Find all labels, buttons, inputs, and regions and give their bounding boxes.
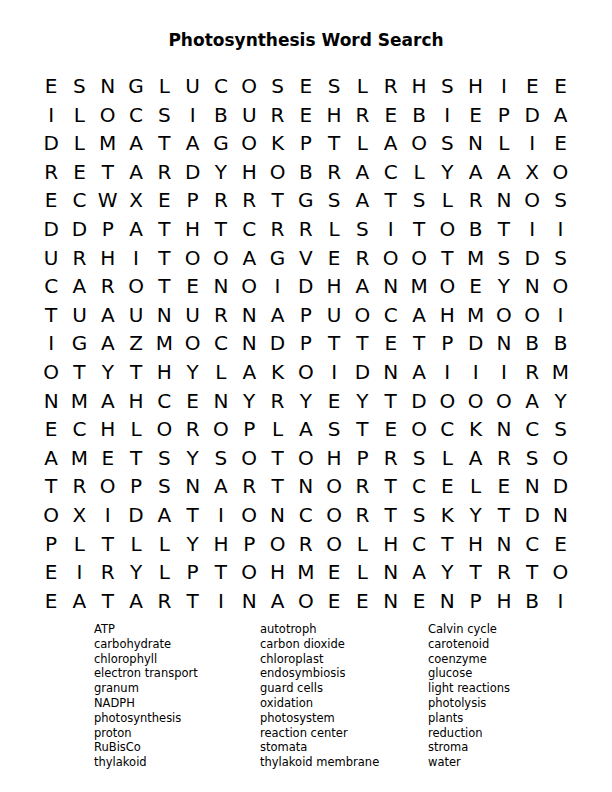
grid-cell-r15c16: L <box>461 472 489 501</box>
grid-cell-r10c19: B <box>546 329 574 358</box>
grid-cell-r10c14: T <box>405 329 433 358</box>
grid-cell-r4c9: O <box>263 158 291 187</box>
grid-cell-r11c10: O <box>292 358 320 387</box>
grid-cell-r10c1: I <box>37 329 65 358</box>
grid-cell-r17c17: N <box>490 530 518 559</box>
grid-cell-r16c3: I <box>94 501 122 530</box>
grid-cell-r19c6: T <box>178 587 206 616</box>
grid-cell-r1c2: S <box>65 72 93 101</box>
grid-cell-r9c4: U <box>122 301 150 330</box>
grid-cell-r7c17: S <box>490 244 518 273</box>
grid-cell-r18c4: Y <box>122 558 150 587</box>
grid-cell-r9c6: U <box>178 301 206 330</box>
grid-cell-r2c7: B <box>207 101 235 130</box>
grid-cell-r7c4: I <box>122 244 150 273</box>
grid-cell-r18c19: O <box>546 558 574 587</box>
worksheet-page: Photosynthesis Word Search ESNGLUCOSESLR… <box>0 0 612 792</box>
grid-cell-r13c10: A <box>292 415 320 444</box>
grid-cell-r1c19: E <box>546 72 574 101</box>
grid-cell-r12c14: D <box>405 387 433 416</box>
grid-cell-r13c12: T <box>348 415 376 444</box>
grid-cell-r4c13: C <box>377 158 405 187</box>
grid-cell-r15c7: A <box>207 472 235 501</box>
grid-cell-r3c13: A <box>377 129 405 158</box>
grid-cell-r4c11: R <box>320 158 348 187</box>
grid-cell-r16c7: I <box>207 501 235 530</box>
grid-cell-r14c14: S <box>405 444 433 473</box>
grid-cell-r16c17: T <box>490 501 518 530</box>
grid-cell-r8c17: Y <box>490 272 518 301</box>
word-item: RuBisCo <box>94 740 198 755</box>
word-item: endosymbiosis <box>260 666 379 681</box>
grid-cell-r15c5: S <box>150 472 178 501</box>
grid-cell-r2c14: B <box>405 101 433 130</box>
grid-cell-r14c9: T <box>263 444 291 473</box>
grid-cell-r9c11: U <box>320 301 348 330</box>
grid-cell-r8c9: I <box>263 272 291 301</box>
grid-cell-r5c17: N <box>490 186 518 215</box>
grid-cell-r3c19: E <box>546 129 574 158</box>
grid-cell-r11c14: A <box>405 358 433 387</box>
grid-cell-r7c14: O <box>405 244 433 273</box>
grid-cell-r15c1: T <box>37 472 65 501</box>
grid-cell-r19c1: E <box>37 587 65 616</box>
grid-cell-r6c7: T <box>207 215 235 244</box>
grid-cell-r11c8: A <box>235 358 263 387</box>
grid-cell-r10c13: E <box>377 329 405 358</box>
grid-cell-r3c18: I <box>518 129 546 158</box>
grid-cell-r11c19: M <box>546 358 574 387</box>
grid-cell-r3c12: L <box>348 129 376 158</box>
grid-cell-r9c19: I <box>546 301 574 330</box>
grid-cell-r13c7: O <box>207 415 235 444</box>
grid-cell-r18c15: Y <box>433 558 461 587</box>
word-list: ATPcarbohydratechlorophyllelectron trans… <box>0 622 612 782</box>
grid-cell-r13c4: L <box>122 415 150 444</box>
grid-cell-r13c3: H <box>94 415 122 444</box>
grid-cell-r5c18: O <box>518 186 546 215</box>
grid-cell-r8c2: A <box>65 272 93 301</box>
grid-cell-r14c15: L <box>433 444 461 473</box>
grid-cell-r18c12: L <box>348 558 376 587</box>
word-item: chlorophyll <box>94 652 198 667</box>
grid-cell-r7c10: V <box>292 244 320 273</box>
grid-cell-r3c3: M <box>94 129 122 158</box>
grid-cell-r6c6: H <box>178 215 206 244</box>
grid-cell-r19c19: I <box>546 587 574 616</box>
grid-cell-r9c15: H <box>433 301 461 330</box>
grid-cell-r5c8: R <box>235 186 263 215</box>
grid-cell-r12c5: C <box>150 387 178 416</box>
grid-cell-r13c1: E <box>37 415 65 444</box>
grid-cell-r10c3: A <box>94 329 122 358</box>
grid-cell-r2c1: I <box>37 101 65 130</box>
grid-cell-r12c2: M <box>65 387 93 416</box>
grid-cell-r6c12: S <box>348 215 376 244</box>
grid-cell-r4c4: A <box>122 158 150 187</box>
grid-cell-r4c12: A <box>348 158 376 187</box>
grid-cell-r17c3: T <box>94 530 122 559</box>
grid-cell-r12c10: Y <box>292 387 320 416</box>
grid-cell-r15c19: D <box>546 472 574 501</box>
grid-cell-r2c5: S <box>150 101 178 130</box>
grid-cell-r16c6: T <box>178 501 206 530</box>
grid-cell-r8c15: O <box>433 272 461 301</box>
grid-cell-r13c19: S <box>546 415 574 444</box>
grid-cell-r17c11: O <box>320 530 348 559</box>
grid-cell-r1c16: H <box>461 72 489 101</box>
grid-cell-r17c10: R <box>292 530 320 559</box>
grid-cell-r9c5: N <box>150 301 178 330</box>
grid-cell-r17c7: H <box>207 530 235 559</box>
grid-cell-r14c11: H <box>320 444 348 473</box>
grid-cell-r19c3: T <box>94 587 122 616</box>
grid-cell-r14c3: E <box>94 444 122 473</box>
word-list-column-2: autotrophcarbon dioxidechloroplastendosy… <box>260 622 379 770</box>
grid-cell-r15c4: P <box>122 472 150 501</box>
word-item: autotroph <box>260 622 379 637</box>
grid-cell-r2c2: L <box>65 101 93 130</box>
grid-cell-r11c18: R <box>518 358 546 387</box>
grid-cell-r19c4: A <box>122 587 150 616</box>
grid-cell-r2c9: R <box>263 101 291 130</box>
grid-cell-r14c16: A <box>461 444 489 473</box>
grid-cell-r14c6: Y <box>178 444 206 473</box>
grid-cell-r18c8: O <box>235 558 263 587</box>
grid-cell-r10c4: Z <box>122 329 150 358</box>
grid-cell-r17c18: C <box>518 530 546 559</box>
grid-cell-r1c5: L <box>150 72 178 101</box>
grid-cell-r18c6: P <box>178 558 206 587</box>
grid-cell-r5c14: S <box>405 186 433 215</box>
grid-cell-r5c3: W <box>94 186 122 215</box>
grid-cell-r7c16: M <box>461 244 489 273</box>
grid-cell-r3c8: O <box>235 129 263 158</box>
grid-cell-r4c14: L <box>405 158 433 187</box>
grid-cell-r12c3: A <box>94 387 122 416</box>
grid-cell-r16c2: X <box>65 501 93 530</box>
grid-cell-r10c15: P <box>433 329 461 358</box>
grid-cell-r10c18: B <box>518 329 546 358</box>
grid-cell-r5c16: R <box>461 186 489 215</box>
grid-cell-r18c18: T <box>518 558 546 587</box>
grid-cell-r18c16: T <box>461 558 489 587</box>
grid-cell-r1c12: L <box>348 72 376 101</box>
grid-cell-r11c15: I <box>433 358 461 387</box>
word-item: plants <box>428 711 510 726</box>
grid-cell-r8c3: R <box>94 272 122 301</box>
grid-cell-r4c19: O <box>546 158 574 187</box>
grid-cell-r18c10: M <box>292 558 320 587</box>
grid-cell-r10c9: D <box>263 329 291 358</box>
grid-cell-r3c9: K <box>263 129 291 158</box>
grid-cell-r7c2: R <box>65 244 93 273</box>
grid-cell-r16c15: K <box>433 501 461 530</box>
grid-cell-r8c11: H <box>320 272 348 301</box>
grid-cell-r18c7: T <box>207 558 235 587</box>
word-item: oxidation <box>260 696 379 711</box>
grid-cell-r3c17: L <box>490 129 518 158</box>
grid-cell-r15c15: E <box>433 472 461 501</box>
grid-cell-r19c10: O <box>292 587 320 616</box>
word-item: light reactions <box>428 681 510 696</box>
grid-cell-r9c1: T <box>37 301 65 330</box>
grid-cell-r15c6: N <box>178 472 206 501</box>
grid-cell-r10c7: C <box>207 329 235 358</box>
grid-cell-r12c15: O <box>433 387 461 416</box>
grid-cell-r7c6: O <box>178 244 206 273</box>
grid-cell-r12c13: T <box>377 387 405 416</box>
grid-cell-r17c16: H <box>461 530 489 559</box>
grid-cell-r6c19: I <box>546 215 574 244</box>
grid-cell-r8c12: A <box>348 272 376 301</box>
grid-cell-r4c16: A <box>461 158 489 187</box>
grid-cell-r5c9: T <box>263 186 291 215</box>
puzzle-title: Photosynthesis Word Search <box>0 30 612 50</box>
grid-cell-r12c6: E <box>178 387 206 416</box>
grid-cell-r13c14: O <box>405 415 433 444</box>
grid-cell-r6c9: R <box>263 215 291 244</box>
grid-cell-r9c13: C <box>377 301 405 330</box>
grid-cell-r6c10: R <box>292 215 320 244</box>
grid-cell-r3c11: T <box>320 129 348 158</box>
grid-cell-r1c9: S <box>263 72 291 101</box>
grid-cell-r15c9: T <box>263 472 291 501</box>
grid-cell-r5c10: G <box>292 186 320 215</box>
grid-cell-r17c12: L <box>348 530 376 559</box>
grid-cell-r7c15: T <box>433 244 461 273</box>
grid-cell-r12c8: Y <box>235 387 263 416</box>
grid-cell-r18c3: R <box>94 558 122 587</box>
grid-cell-r11c5: H <box>150 358 178 387</box>
grid-cell-r11c16: I <box>461 358 489 387</box>
grid-cell-r18c9: H <box>263 558 291 587</box>
grid-cell-r2c16: E <box>461 101 489 130</box>
grid-cell-r5c6: P <box>178 186 206 215</box>
grid-cell-r5c4: X <box>122 186 150 215</box>
grid-cell-r5c11: S <box>320 186 348 215</box>
grid-cell-r18c5: L <box>150 558 178 587</box>
grid-cell-r12c7: N <box>207 387 235 416</box>
grid-cell-r1c18: E <box>518 72 546 101</box>
grid-cell-r15c18: N <box>518 472 546 501</box>
grid-cell-r3c6: A <box>178 129 206 158</box>
word-item: electron transport <box>94 666 198 681</box>
grid-cell-r4c1: R <box>37 158 65 187</box>
grid-cell-r19c16: P <box>461 587 489 616</box>
grid-cell-r6c17: T <box>490 215 518 244</box>
word-item: carotenoid <box>428 637 510 652</box>
grid-cell-r1c6: U <box>178 72 206 101</box>
word-item: carbohydrate <box>94 637 198 652</box>
grid-cell-r12c19: Y <box>546 387 574 416</box>
grid-cell-r14c12: P <box>348 444 376 473</box>
grid-cell-r5c13: T <box>377 186 405 215</box>
grid-cell-r6c15: O <box>433 215 461 244</box>
grid-cell-r4c6: D <box>178 158 206 187</box>
grid-cell-r17c19: E <box>546 530 574 559</box>
word-item: stroma <box>428 740 510 755</box>
grid-cell-r8c10: D <box>292 272 320 301</box>
grid-cell-r2c19: A <box>546 101 574 130</box>
grid-cell-r11c1: O <box>37 358 65 387</box>
grid-cell-r18c11: E <box>320 558 348 587</box>
grid-cell-r7c11: E <box>320 244 348 273</box>
grid-cell-r9c7: R <box>207 301 235 330</box>
word-item: reduction <box>428 726 510 741</box>
grid-cell-r15c12: R <box>348 472 376 501</box>
word-list-column-3: Calvin cyclecarotenoidcoenzymeglucoselig… <box>428 622 510 770</box>
grid-cell-r18c17: R <box>490 558 518 587</box>
grid-cell-r3c1: D <box>37 129 65 158</box>
grid-cell-r2c4: C <box>122 101 150 130</box>
grid-cell-r6c13: I <box>377 215 405 244</box>
grid-cell-r9c9: A <box>263 301 291 330</box>
grid-cell-r6c14: T <box>405 215 433 244</box>
grid-cell-r12c11: E <box>320 387 348 416</box>
grid-cell-r13c11: S <box>320 415 348 444</box>
word-item: granum <box>94 681 198 696</box>
grid-cell-r5c12: A <box>348 186 376 215</box>
grid-cell-r2c17: P <box>490 101 518 130</box>
grid-cell-r11c7: L <box>207 358 235 387</box>
grid-cell-r13c6: R <box>178 415 206 444</box>
grid-cell-r13c13: E <box>377 415 405 444</box>
grid-cell-r1c13: R <box>377 72 405 101</box>
grid-cell-r9c14: A <box>405 301 433 330</box>
grid-cell-r11c12: D <box>348 358 376 387</box>
grid-cell-r19c7: I <box>207 587 235 616</box>
grid-cell-r10c6: O <box>178 329 206 358</box>
grid-cell-r9c3: A <box>94 301 122 330</box>
grid-cell-r1c8: O <box>235 72 263 101</box>
grid-cell-r17c6: Y <box>178 530 206 559</box>
grid-cell-r8c4: O <box>122 272 150 301</box>
grid-cell-r13c2: C <box>65 415 93 444</box>
grid-cell-r9c16: M <box>461 301 489 330</box>
grid-cell-r9c12: O <box>348 301 376 330</box>
grid-cell-r19c8: N <box>235 587 263 616</box>
grid-cell-r4c2: E <box>65 158 93 187</box>
grid-cell-r8c16: E <box>461 272 489 301</box>
grid-cell-r11c13: N <box>377 358 405 387</box>
grid-cell-r12c4: H <box>122 387 150 416</box>
grid-cell-r16c8: O <box>235 501 263 530</box>
grid-cell-r16c14: S <box>405 501 433 530</box>
grid-cell-r18c2: I <box>65 558 93 587</box>
grid-cell-r18c13: N <box>377 558 405 587</box>
grid-cell-r10c17: N <box>490 329 518 358</box>
grid-cell-r13c8: P <box>235 415 263 444</box>
grid-cell-r8c13: N <box>377 272 405 301</box>
grid-cell-r19c9: A <box>263 587 291 616</box>
grid-cell-r7c5: T <box>150 244 178 273</box>
word-item: carbon dioxide <box>260 637 379 652</box>
grid-cell-r7c8: A <box>235 244 263 273</box>
grid-cell-r7c13: O <box>377 244 405 273</box>
grid-cell-r7c12: R <box>348 244 376 273</box>
grid-cell-r16c16: Y <box>461 501 489 530</box>
word-item: guard cells <box>260 681 379 696</box>
grid-cell-r16c5: A <box>150 501 178 530</box>
grid-cell-r14c1: A <box>37 444 65 473</box>
grid-cell-r15c10: N <box>292 472 320 501</box>
grid-cell-r8c7: N <box>207 272 235 301</box>
grid-cell-r4c18: X <box>518 158 546 187</box>
grid-cell-r19c18: B <box>518 587 546 616</box>
word-item: coenzyme <box>428 652 510 667</box>
grid-cell-r7c7: O <box>207 244 235 273</box>
grid-cell-r7c9: G <box>263 244 291 273</box>
grid-cell-r13c5: O <box>150 415 178 444</box>
grid-cell-r15c11: O <box>320 472 348 501</box>
grid-cell-r19c5: R <box>150 587 178 616</box>
grid-cell-r5c1: E <box>37 186 65 215</box>
word-list-column-1: ATPcarbohydratechlorophyllelectron trans… <box>94 622 198 770</box>
grid-cell-r11c3: Y <box>94 358 122 387</box>
grid-cell-r16c4: D <box>122 501 150 530</box>
grid-cell-r12c1: N <box>37 387 65 416</box>
word-item: NADPH <box>94 696 198 711</box>
grid-cell-r16c1: O <box>37 501 65 530</box>
grid-cell-r4c5: R <box>150 158 178 187</box>
grid-cell-r5c2: C <box>65 186 93 215</box>
grid-cell-r17c8: P <box>235 530 263 559</box>
grid-cell-r1c4: G <box>122 72 150 101</box>
grid-cell-r2c8: U <box>235 101 263 130</box>
grid-cell-r4c7: Y <box>207 158 235 187</box>
grid-cell-r6c11: L <box>320 215 348 244</box>
word-item: water <box>428 755 510 770</box>
word-item: photosystem <box>260 711 379 726</box>
grid-cell-r11c17: I <box>490 358 518 387</box>
grid-cell-r16c9: N <box>263 501 291 530</box>
grid-cell-r14c7: S <box>207 444 235 473</box>
grid-cell-r7c18: D <box>518 244 546 273</box>
grid-cell-r17c9: O <box>263 530 291 559</box>
grid-cell-r10c11: T <box>320 329 348 358</box>
grid-cell-r2c3: O <box>94 101 122 130</box>
word-item: photosynthesis <box>94 711 198 726</box>
grid-cell-r8c19: O <box>546 272 574 301</box>
grid-cell-r9c18: O <box>518 301 546 330</box>
grid-cell-r12c12: Y <box>348 387 376 416</box>
grid-cell-r5c19: S <box>546 186 574 215</box>
grid-cell-r9c10: P <box>292 301 320 330</box>
grid-cell-r6c8: C <box>235 215 263 244</box>
grid-cell-r15c3: O <box>94 472 122 501</box>
grid-cell-r2c10: E <box>292 101 320 130</box>
grid-cell-r4c17: A <box>490 158 518 187</box>
grid-cell-r14c4: T <box>122 444 150 473</box>
grid-cell-r6c1: D <box>37 215 65 244</box>
grid-cell-r1c3: N <box>94 72 122 101</box>
grid-cell-r19c15: N <box>433 587 461 616</box>
grid-cell-r3c2: L <box>65 129 93 158</box>
grid-cell-r1c17: I <box>490 72 518 101</box>
grid-cell-r8c8: O <box>235 272 263 301</box>
grid-cell-r16c19: N <box>546 501 574 530</box>
word-item: proton <box>94 726 198 741</box>
word-item: glucose <box>428 666 510 681</box>
grid-cell-r3c7: G <box>207 129 235 158</box>
grid-cell-r3c15: S <box>433 129 461 158</box>
grid-cell-r13c16: K <box>461 415 489 444</box>
grid-cell-r12c17: O <box>490 387 518 416</box>
grid-cell-r5c5: E <box>150 186 178 215</box>
grid-cell-r3c16: N <box>461 129 489 158</box>
grid-cell-r3c10: P <box>292 129 320 158</box>
